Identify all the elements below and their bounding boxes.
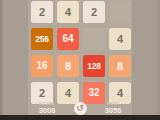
tile: 4 — [109, 28, 131, 50]
tile: 2 — [83, 1, 105, 23]
tile: 64 — [57, 28, 79, 50]
undo-button[interactable]: ↺ — [74, 102, 87, 115]
tile: 8 — [109, 55, 131, 77]
score-box: SCORE 3008 — [35, 101, 59, 115]
empty-cell — [109, 1, 131, 23]
tile: 128 — [83, 55, 105, 77]
score-value: 3008 — [35, 107, 59, 115]
score-label: SCORE — [37, 102, 56, 106]
tile: 4 — [57, 1, 79, 23]
app-screen: 2 4 2 256 64 4 16 8 128 8 2 4 32 4 SCORE… — [0, 0, 160, 120]
best-box: BEST 3056 — [101, 101, 125, 115]
tile: 256 — [31, 28, 53, 50]
empty-cell — [83, 28, 105, 50]
undo-icon: ↺ — [76, 103, 84, 113]
tile: 16 — [31, 55, 53, 77]
board-grid[interactable]: 2 4 2 256 64 4 16 8 128 8 2 4 32 4 — [31, 1, 131, 104]
status-bar: SCORE 3008 ↺ BEST 3056 — [28, 101, 132, 115]
tile: 8 — [57, 55, 79, 77]
tile: 2 — [31, 1, 53, 23]
best-label: BEST — [103, 102, 122, 106]
game-background: 2 4 2 256 64 4 16 8 128 8 2 4 32 4 SCORE… — [28, 0, 132, 120]
best-value: 3056 — [101, 107, 125, 115]
bottom-bar — [0, 115, 160, 120]
